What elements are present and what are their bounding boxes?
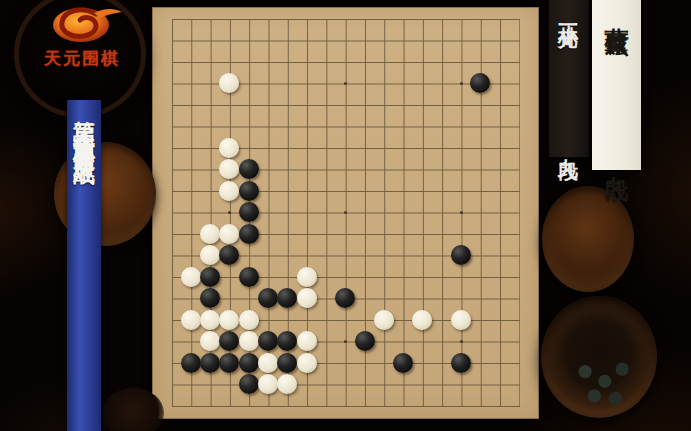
black-stone	[200, 267, 220, 287]
white-stone	[181, 267, 201, 287]
white-stone	[200, 245, 220, 265]
black-stone	[181, 353, 201, 373]
white-stone	[412, 310, 432, 330]
player-name: 曹薰铉	[601, 8, 633, 14]
black-stone	[393, 353, 413, 373]
channel-logo-icon	[34, 4, 130, 46]
black-stone	[258, 288, 278, 308]
white-stone	[219, 138, 239, 158]
black-stone	[200, 288, 220, 308]
black-stone	[355, 331, 375, 351]
black-stone	[219, 353, 239, 373]
white-stone	[219, 73, 239, 93]
player-plate-black: 小林光一 九段	[549, 0, 589, 157]
bowl-lid-corner	[102, 388, 164, 431]
black-stone	[239, 202, 259, 222]
white-stone	[297, 353, 317, 373]
white-stone	[239, 331, 259, 351]
event-banner-text: 第三届富士通杯三四名决定战	[67, 100, 101, 431]
black-stone	[239, 374, 259, 394]
player-name: 小林光一	[556, 9, 583, 17]
white-stone	[200, 224, 220, 244]
player-rank: 九段	[601, 156, 633, 160]
black-stone	[277, 331, 297, 351]
star-point	[460, 211, 463, 214]
white-stone	[219, 181, 239, 201]
board-grid	[172, 19, 521, 407]
black-stone	[239, 224, 259, 244]
white-stone	[277, 374, 297, 394]
white-stone	[297, 267, 317, 287]
white-stone	[219, 310, 239, 330]
bowl-lid-right	[542, 186, 634, 292]
star-point	[460, 340, 463, 343]
star-point	[344, 340, 347, 343]
black-stone	[277, 353, 297, 373]
black-stone	[451, 353, 471, 373]
black-stone	[200, 353, 220, 373]
star-point	[344, 82, 347, 85]
star-point	[228, 211, 231, 214]
black-stone-bowl	[541, 296, 657, 418]
go-board	[152, 7, 539, 419]
white-stone	[219, 224, 239, 244]
player-plate-white: 曹薰铉 九段	[592, 0, 641, 170]
player-rank: 九段	[556, 143, 583, 147]
black-stone	[219, 245, 239, 265]
white-stone	[374, 310, 394, 330]
event-banner: 第三届富士通杯三四名决定战	[67, 100, 101, 431]
star-point	[460, 82, 463, 85]
black-stone	[258, 331, 278, 351]
black-stone	[239, 353, 259, 373]
black-stone	[239, 267, 259, 287]
black-stone	[239, 159, 259, 179]
broadcast-frame: 天元围棋 第三届富士通杯三四名决定战 小林光一 九段 曹薰铉 九段	[0, 0, 691, 431]
black-stone	[451, 245, 471, 265]
black-stone	[219, 331, 239, 351]
black-stone	[239, 181, 259, 201]
white-stone	[200, 331, 220, 351]
black-stone	[335, 288, 355, 308]
white-stone	[181, 310, 201, 330]
white-stone	[200, 310, 220, 330]
white-stone	[451, 310, 471, 330]
white-stone	[297, 331, 317, 351]
star-point	[344, 211, 347, 214]
white-stone	[219, 159, 239, 179]
channel-logo: 天元围棋	[28, 4, 136, 70]
white-stone	[258, 353, 278, 373]
black-stone	[470, 73, 490, 93]
channel-logo-text: 天元围棋	[28, 47, 136, 70]
white-stone	[239, 310, 259, 330]
black-stone	[277, 288, 297, 308]
white-stone	[258, 374, 278, 394]
white-stone	[297, 288, 317, 308]
